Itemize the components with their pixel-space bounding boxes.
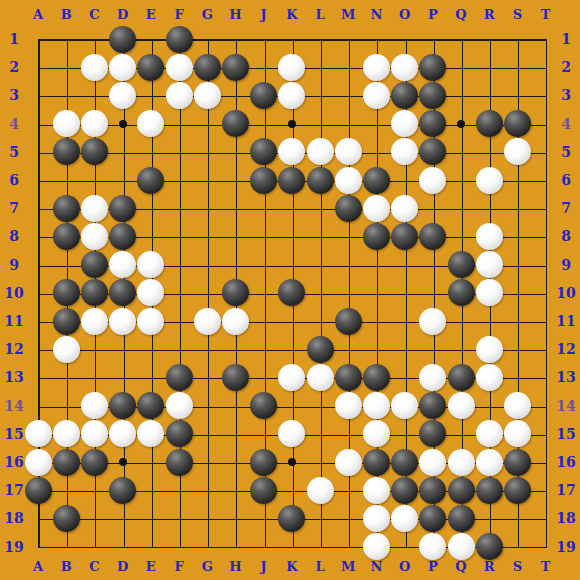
stone-black-j3[interactable] — [250, 82, 277, 109]
stone-white-c15[interactable] — [81, 420, 108, 447]
stone-black-c9[interactable] — [81, 251, 108, 278]
star-point-d4 — [119, 120, 127, 128]
stone-black-l6[interactable] — [307, 167, 334, 194]
stone-white-q14[interactable] — [448, 392, 475, 419]
col-label-top-f: F — [174, 7, 183, 22]
col-label-bottom-t: T — [541, 559, 551, 574]
stone-white-o18[interactable] — [391, 505, 418, 532]
stone-black-b16[interactable] — [53, 449, 80, 476]
stone-black-b7[interactable] — [53, 195, 80, 222]
stone-white-p19[interactable] — [419, 533, 446, 560]
stone-black-o17[interactable] — [391, 477, 418, 504]
stone-black-f16[interactable] — [166, 449, 193, 476]
col-label-top-r: R — [484, 7, 495, 22]
stone-black-o16[interactable] — [391, 449, 418, 476]
stone-black-o3[interactable] — [391, 82, 418, 109]
stone-white-r13[interactable] — [476, 364, 503, 391]
col-label-top-t: T — [541, 7, 551, 22]
col-label-top-q: Q — [455, 7, 466, 22]
stone-black-s16[interactable] — [504, 449, 531, 476]
col-label-bottom-q: Q — [455, 559, 466, 574]
stone-white-l17[interactable] — [307, 477, 334, 504]
stone-black-r19[interactable] — [476, 533, 503, 560]
stone-black-j17[interactable] — [250, 477, 277, 504]
stone-black-m7[interactable] — [335, 195, 362, 222]
col-label-bottom-l: L — [315, 559, 324, 574]
stone-white-r16[interactable] — [476, 449, 503, 476]
stone-white-b12[interactable] — [53, 336, 80, 363]
stone-white-n15[interactable] — [363, 420, 390, 447]
stone-black-b5[interactable] — [53, 138, 80, 165]
stone-black-n16[interactable] — [363, 449, 390, 476]
row-label-left-16: 16 — [4, 454, 23, 470]
stone-black-b10[interactable] — [53, 279, 80, 306]
stone-white-b15[interactable] — [53, 420, 80, 447]
stone-white-m5[interactable] — [335, 138, 362, 165]
stone-black-k6[interactable] — [278, 167, 305, 194]
stone-black-d8[interactable] — [109, 223, 136, 250]
go-board-screenshot: AABBCCDDEEFFGGHHJJKKLLMMNNOOPPQQRRSSTT11… — [0, 0, 580, 580]
col-label-bottom-g: G — [202, 559, 213, 574]
stone-white-d11[interactable] — [109, 308, 136, 335]
stone-black-f13[interactable] — [166, 364, 193, 391]
stone-white-n19[interactable] — [363, 533, 390, 560]
row-label-left-14: 14 — [4, 398, 23, 414]
stone-white-g3[interactable] — [194, 82, 221, 109]
row-label-right-3: 3 — [561, 87, 571, 103]
stone-black-e6[interactable] — [137, 167, 164, 194]
stone-white-o4[interactable] — [391, 110, 418, 137]
row-label-right-6: 6 — [561, 172, 571, 188]
stone-white-f2[interactable] — [166, 54, 193, 81]
row-label-left-19: 19 — [4, 539, 23, 555]
row-label-left-13: 13 — [4, 369, 23, 385]
col-label-bottom-o: O — [399, 559, 410, 574]
col-label-bottom-f: F — [174, 559, 183, 574]
stone-black-d7[interactable] — [109, 195, 136, 222]
row-label-right-1: 1 — [561, 31, 571, 47]
stone-white-k3[interactable] — [278, 82, 305, 109]
col-label-bottom-n: N — [370, 559, 382, 574]
stone-white-s5[interactable] — [504, 138, 531, 165]
stone-white-l13[interactable] — [307, 364, 334, 391]
stone-white-r8[interactable] — [476, 223, 503, 250]
stone-black-q17[interactable] — [448, 477, 475, 504]
stone-white-m14[interactable] — [335, 392, 362, 419]
col-label-bottom-a: A — [33, 559, 43, 574]
stone-black-a17[interactable] — [25, 477, 52, 504]
stone-black-g2[interactable] — [194, 54, 221, 81]
row-label-left-18: 18 — [4, 510, 23, 526]
col-label-top-h: H — [229, 7, 241, 22]
stone-black-k18[interactable] — [278, 505, 305, 532]
stone-black-d17[interactable] — [109, 477, 136, 504]
stone-black-d14[interactable] — [109, 392, 136, 419]
col-label-bottom-c: C — [89, 559, 99, 574]
star-point-k16 — [288, 458, 296, 466]
stone-black-q18[interactable] — [448, 505, 475, 532]
row-label-right-11: 11 — [556, 313, 575, 329]
stone-black-p17[interactable] — [419, 477, 446, 504]
row-label-left-11: 11 — [4, 313, 23, 329]
stone-black-s17[interactable] — [504, 477, 531, 504]
stone-white-r12[interactable] — [476, 336, 503, 363]
stone-black-h13[interactable] — [222, 364, 249, 391]
stone-white-q19[interactable] — [448, 533, 475, 560]
col-label-top-b: B — [61, 7, 72, 22]
star-point-d16 — [119, 458, 127, 466]
stone-black-f15[interactable] — [166, 420, 193, 447]
row-label-left-8: 8 — [9, 228, 19, 244]
stone-white-n18[interactable] — [363, 505, 390, 532]
stone-black-b18[interactable] — [53, 505, 80, 532]
stone-white-p13[interactable] — [419, 364, 446, 391]
row-label-left-3: 3 — [9, 87, 19, 103]
col-label-top-d: D — [117, 7, 128, 22]
stone-white-o2[interactable] — [391, 54, 418, 81]
col-label-bottom-d: D — [117, 559, 128, 574]
stone-black-j16[interactable] — [250, 449, 277, 476]
col-label-top-n: N — [370, 7, 382, 22]
stone-black-h2[interactable] — [222, 54, 249, 81]
stone-black-c5[interactable] — [81, 138, 108, 165]
stone-black-s4[interactable] — [504, 110, 531, 137]
stone-white-l5[interactable] — [307, 138, 334, 165]
col-label-bottom-h: H — [229, 559, 241, 574]
stone-white-k13[interactable] — [278, 364, 305, 391]
stone-white-c4[interactable] — [81, 110, 108, 137]
stone-white-c8[interactable] — [81, 223, 108, 250]
stone-white-k2[interactable] — [278, 54, 305, 81]
col-label-bottom-p: P — [428, 559, 438, 574]
col-label-top-c: C — [89, 7, 99, 22]
stone-black-f1[interactable] — [166, 26, 193, 53]
stone-white-c14[interactable] — [81, 392, 108, 419]
stone-black-c16[interactable] — [81, 449, 108, 476]
col-label-bottom-s: S — [513, 559, 522, 574]
stone-black-r4[interactable] — [476, 110, 503, 137]
col-label-top-a: A — [33, 7, 43, 22]
row-label-left-7: 7 — [9, 200, 19, 216]
stone-black-q13[interactable] — [448, 364, 475, 391]
row-label-left-10: 10 — [4, 285, 23, 301]
col-label-top-o: O — [399, 7, 410, 22]
stone-white-b4[interactable] — [53, 110, 80, 137]
stone-black-h10[interactable] — [222, 279, 249, 306]
stone-black-p18[interactable] — [419, 505, 446, 532]
row-label-right-19: 19 — [556, 539, 575, 555]
row-label-right-4: 4 — [561, 116, 571, 132]
col-label-bottom-b: B — [61, 559, 72, 574]
stone-black-d1[interactable] — [109, 26, 136, 53]
col-label-top-m: M — [341, 7, 355, 22]
stone-black-j14[interactable] — [250, 392, 277, 419]
stone-black-n6[interactable] — [363, 167, 390, 194]
row-label-right-7: 7 — [561, 200, 571, 216]
row-label-left-5: 5 — [9, 144, 19, 160]
stone-black-n13[interactable] — [363, 364, 390, 391]
stone-white-o7[interactable] — [391, 195, 418, 222]
stone-white-a16[interactable] — [25, 449, 52, 476]
stone-white-o14[interactable] — [391, 392, 418, 419]
stone-black-j6[interactable] — [250, 167, 277, 194]
col-label-top-e: E — [146, 7, 156, 22]
stone-white-r9[interactable] — [476, 251, 503, 278]
col-label-bottom-j: J — [261, 559, 267, 574]
row-label-right-14: 14 — [556, 398, 575, 414]
row-label-right-9: 9 — [561, 257, 571, 273]
stone-white-q16[interactable] — [448, 449, 475, 476]
stone-black-m11[interactable] — [335, 308, 362, 335]
stone-white-p16[interactable] — [419, 449, 446, 476]
row-label-left-17: 17 — [4, 482, 23, 498]
stone-white-m6[interactable] — [335, 167, 362, 194]
col-label-bottom-e: E — [146, 559, 156, 574]
stone-black-q9[interactable] — [448, 251, 475, 278]
col-label-top-g: G — [202, 7, 213, 22]
row-label-right-2: 2 — [561, 59, 571, 75]
stone-white-n14[interactable] — [363, 392, 390, 419]
stone-black-q10[interactable] — [448, 279, 475, 306]
col-label-bottom-m: M — [341, 559, 355, 574]
row-label-left-12: 12 — [4, 341, 23, 357]
row-label-left-4: 4 — [9, 116, 19, 132]
stone-white-r6[interactable] — [476, 167, 503, 194]
stone-white-h11[interactable] — [222, 308, 249, 335]
stone-black-o8[interactable] — [391, 223, 418, 250]
row-label-right-15: 15 — [556, 426, 575, 442]
stone-black-n8[interactable] — [363, 223, 390, 250]
row-label-left-15: 15 — [4, 426, 23, 442]
row-label-right-12: 12 — [556, 341, 575, 357]
stone-white-p11[interactable] — [419, 308, 446, 335]
stone-black-p8[interactable] — [419, 223, 446, 250]
stone-black-b8[interactable] — [53, 223, 80, 250]
row-label-right-5: 5 — [561, 144, 571, 160]
row-label-right-17: 17 — [556, 482, 575, 498]
stone-black-h4[interactable] — [222, 110, 249, 137]
stone-black-p2[interactable] — [419, 54, 446, 81]
stone-white-c7[interactable] — [81, 195, 108, 222]
stone-white-e11[interactable] — [137, 308, 164, 335]
row-label-left-6: 6 — [9, 172, 19, 188]
stone-white-f14[interactable] — [166, 392, 193, 419]
stone-white-c2[interactable] — [81, 54, 108, 81]
row-label-right-13: 13 — [556, 369, 575, 385]
stone-black-r17[interactable] — [476, 477, 503, 504]
stone-white-p6[interactable] — [419, 167, 446, 194]
stone-white-c11[interactable] — [81, 308, 108, 335]
row-label-right-16: 16 — [556, 454, 575, 470]
stone-black-p3[interactable] — [419, 82, 446, 109]
stone-white-d2[interactable] — [109, 54, 136, 81]
row-label-left-2: 2 — [9, 59, 19, 75]
stone-white-r10[interactable] — [476, 279, 503, 306]
stone-black-l12[interactable] — [307, 336, 334, 363]
stone-black-b11[interactable] — [53, 308, 80, 335]
stone-white-s15[interactable] — [504, 420, 531, 447]
col-label-top-p: P — [428, 7, 438, 22]
stone-white-r15[interactable] — [476, 420, 503, 447]
stone-white-s14[interactable] — [504, 392, 531, 419]
stone-white-d9[interactable] — [109, 251, 136, 278]
row-label-right-18: 18 — [556, 510, 575, 526]
stone-white-d3[interactable] — [109, 82, 136, 109]
stone-white-a15[interactable] — [25, 420, 52, 447]
row-label-left-9: 9 — [9, 257, 19, 273]
stone-white-n3[interactable] — [363, 82, 390, 109]
stone-black-c10[interactable] — [81, 279, 108, 306]
col-label-bottom-k: K — [286, 559, 297, 574]
col-label-top-s: S — [513, 7, 522, 22]
col-label-top-l: L — [315, 7, 324, 22]
row-label-right-10: 10 — [556, 285, 575, 301]
row-label-right-8: 8 — [561, 228, 571, 244]
stone-white-n7[interactable] — [363, 195, 390, 222]
stone-white-g11[interactable] — [194, 308, 221, 335]
col-label-top-j: J — [261, 7, 267, 22]
stone-white-n2[interactable] — [363, 54, 390, 81]
stone-white-n17[interactable] — [363, 477, 390, 504]
col-label-top-k: K — [286, 7, 297, 22]
star-point-q4 — [457, 120, 465, 128]
stone-black-m13[interactable] — [335, 364, 362, 391]
row-label-left-1: 1 — [9, 31, 19, 47]
star-point-k4 — [288, 120, 296, 128]
col-label-bottom-r: R — [484, 559, 495, 574]
stone-black-e2[interactable] — [137, 54, 164, 81]
stone-white-m16[interactable] — [335, 449, 362, 476]
stone-white-f3[interactable] — [166, 82, 193, 109]
